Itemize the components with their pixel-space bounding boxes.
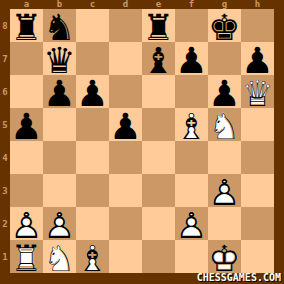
square-c4[interactable] <box>76 141 109 174</box>
square-d6[interactable] <box>109 75 142 108</box>
white-piece-fill: ♞ <box>43 240 76 273</box>
rank-label-7: 7 <box>0 42 10 75</box>
square-e8[interactable]: ♜ <box>142 9 175 42</box>
square-e2[interactable] <box>142 207 175 240</box>
black-pawn-d5[interactable]: ♟ <box>109 108 142 141</box>
square-d1[interactable] <box>109 240 142 273</box>
white-piece-outline: ♙ <box>208 174 241 207</box>
square-e1[interactable] <box>142 240 175 273</box>
white-piece-fill: ♟ <box>175 207 208 240</box>
white-piece-outline: ♔ <box>208 240 241 273</box>
black-knight-b8[interactable]: ♞ <box>43 9 76 42</box>
white-piece-fill: ♟ <box>10 207 43 240</box>
white-king-g1[interactable]: ♚♔ <box>208 240 241 273</box>
file-label-b: b <box>43 0 76 9</box>
black-pawn-b6[interactable]: ♟ <box>43 75 76 108</box>
white-piece-fill: ♚ <box>208 240 241 273</box>
black-piece-glyph: ♝ <box>142 42 175 75</box>
square-a3[interactable] <box>10 174 43 207</box>
square-h8[interactable] <box>241 9 274 42</box>
square-f2[interactable]: ♟♙ <box>175 207 208 240</box>
square-g1[interactable]: ♚♔ <box>208 240 241 273</box>
square-h7[interactable]: ♟ <box>241 42 274 75</box>
square-e7[interactable]: ♝ <box>142 42 175 75</box>
site-watermark: CHESSGAMES.COM <box>197 273 281 283</box>
square-a6[interactable] <box>10 75 43 108</box>
white-pawn-f2[interactable]: ♟♙ <box>175 207 208 240</box>
file-label-h: h <box>241 0 274 9</box>
square-e3[interactable] <box>142 174 175 207</box>
square-a4[interactable] <box>10 141 43 174</box>
square-b3[interactable] <box>43 174 76 207</box>
square-b8[interactable]: ♞ <box>43 9 76 42</box>
square-c6[interactable]: ♟ <box>76 75 109 108</box>
black-piece-glyph: ♟ <box>175 42 208 75</box>
rank-label-8: 8 <box>0 9 10 42</box>
square-d5[interactable]: ♟ <box>109 108 142 141</box>
square-e5[interactable] <box>142 108 175 141</box>
black-piece-glyph: ♟ <box>208 75 241 108</box>
white-queen-h6[interactable]: ♛♕ <box>241 75 274 108</box>
square-g5[interactable]: ♞♘ <box>208 108 241 141</box>
black-pawn-g6[interactable]: ♟ <box>208 75 241 108</box>
square-f5[interactable]: ♝♗ <box>175 108 208 141</box>
square-c3[interactable] <box>76 174 109 207</box>
square-g7[interactable] <box>208 42 241 75</box>
white-pawn-g3[interactable]: ♟♙ <box>208 174 241 207</box>
square-e4[interactable] <box>142 141 175 174</box>
white-piece-fill: ♞ <box>208 108 241 141</box>
square-h1[interactable] <box>241 240 274 273</box>
rank-label-1: 1 <box>0 240 10 273</box>
square-f3[interactable] <box>175 174 208 207</box>
square-d7[interactable] <box>109 42 142 75</box>
square-c7[interactable] <box>76 42 109 75</box>
black-king-g8[interactable]: ♚ <box>208 9 241 42</box>
square-a1[interactable]: ♜♖ <box>10 240 43 273</box>
black-piece-glyph: ♛ <box>43 42 76 75</box>
square-d3[interactable] <box>109 174 142 207</box>
square-g4[interactable] <box>208 141 241 174</box>
square-d8[interactable] <box>109 9 142 42</box>
file-label-e: e <box>142 0 175 9</box>
black-pawn-a5[interactable]: ♟ <box>10 108 43 141</box>
black-piece-glyph: ♟ <box>241 42 274 75</box>
square-c1[interactable]: ♝♗ <box>76 240 109 273</box>
white-piece-outline: ♙ <box>43 207 76 240</box>
square-a7[interactable] <box>10 42 43 75</box>
black-queen-b7[interactable]: ♛ <box>43 42 76 75</box>
chess-diagram: abcdefgh 87654321 ♜♞♜♚♛♝♟♟♟♟♟♛♕♟♟♝♗♞♘♟♙♟… <box>0 0 284 284</box>
square-g8[interactable]: ♚ <box>208 9 241 42</box>
square-f4[interactable] <box>175 141 208 174</box>
square-b7[interactable]: ♛ <box>43 42 76 75</box>
black-piece-glyph: ♟ <box>76 75 109 108</box>
square-a8[interactable]: ♜ <box>10 9 43 42</box>
black-pawn-c6[interactable]: ♟ <box>76 75 109 108</box>
chess-board[interactable]: ♜♞♜♚♛♝♟♟♟♟♟♛♕♟♟♝♗♞♘♟♙♟♙♟♙♟♙♜♖♞♘♝♗♚♔ <box>10 9 274 273</box>
square-c2[interactable] <box>76 207 109 240</box>
file-label-c: c <box>76 0 109 9</box>
square-f8[interactable] <box>175 9 208 42</box>
white-knight-g5[interactable]: ♞♘ <box>208 108 241 141</box>
white-rook-a1[interactable]: ♜♖ <box>10 240 43 273</box>
black-piece-glyph: ♟ <box>43 75 76 108</box>
file-labels: abcdefgh <box>10 0 274 9</box>
white-piece-outline: ♗ <box>76 240 109 273</box>
white-piece-fill: ♝ <box>76 240 109 273</box>
square-f1[interactable] <box>175 240 208 273</box>
white-piece-fill: ♜ <box>10 240 43 273</box>
white-piece-outline: ♙ <box>10 207 43 240</box>
square-b5[interactable] <box>43 108 76 141</box>
rank-labels: 87654321 <box>0 9 10 273</box>
square-h6[interactable]: ♛♕ <box>241 75 274 108</box>
white-bishop-c1[interactable]: ♝♗ <box>76 240 109 273</box>
rank-label-4: 4 <box>0 141 10 174</box>
file-label-g: g <box>208 0 241 9</box>
square-b1[interactable]: ♞♘ <box>43 240 76 273</box>
square-b6[interactable]: ♟ <box>43 75 76 108</box>
rank-label-6: 6 <box>0 75 10 108</box>
black-rook-e8[interactable]: ♜ <box>142 9 175 42</box>
square-h3[interactable] <box>241 174 274 207</box>
black-piece-glyph: ♟ <box>10 108 43 141</box>
square-h4[interactable] <box>241 141 274 174</box>
white-bishop-f5[interactable]: ♝♗ <box>175 108 208 141</box>
square-a5[interactable]: ♟ <box>10 108 43 141</box>
black-piece-glyph: ♚ <box>208 9 241 42</box>
square-c5[interactable] <box>76 108 109 141</box>
rank-label-2: 2 <box>0 207 10 240</box>
black-pawn-f7[interactable]: ♟ <box>175 42 208 75</box>
white-knight-b1[interactable]: ♞♘ <box>43 240 76 273</box>
square-g3[interactable]: ♟♙ <box>208 174 241 207</box>
square-d2[interactable] <box>109 207 142 240</box>
black-piece-glyph: ♟ <box>109 108 142 141</box>
square-e6[interactable] <box>142 75 175 108</box>
square-c8[interactable] <box>76 9 109 42</box>
white-piece-fill: ♛ <box>241 75 274 108</box>
black-rook-a8[interactable]: ♜ <box>10 9 43 42</box>
square-f7[interactable]: ♟ <box>175 42 208 75</box>
white-pawn-a2[interactable]: ♟♙ <box>10 207 43 240</box>
white-piece-outline: ♘ <box>208 108 241 141</box>
square-d4[interactable] <box>109 141 142 174</box>
black-piece-glyph: ♞ <box>43 9 76 42</box>
black-piece-glyph: ♜ <box>142 9 175 42</box>
file-label-d: d <box>109 0 142 9</box>
black-pawn-h7[interactable]: ♟ <box>241 42 274 75</box>
square-h5[interactable] <box>241 108 274 141</box>
black-piece-glyph: ♜ <box>10 9 43 42</box>
square-a2[interactable]: ♟♙ <box>10 207 43 240</box>
white-pawn-b2[interactable]: ♟♙ <box>43 207 76 240</box>
white-piece-outline: ♙ <box>175 207 208 240</box>
white-piece-fill: ♟ <box>208 174 241 207</box>
white-piece-fill: ♟ <box>43 207 76 240</box>
white-piece-outline: ♘ <box>43 240 76 273</box>
file-label-a: a <box>10 0 43 9</box>
square-g2[interactable] <box>208 207 241 240</box>
square-h2[interactable] <box>241 207 274 240</box>
square-f6[interactable] <box>175 75 208 108</box>
white-piece-outline: ♖ <box>10 240 43 273</box>
black-bishop-e7[interactable]: ♝ <box>142 42 175 75</box>
rank-label-3: 3 <box>0 174 10 207</box>
white-piece-outline: ♕ <box>241 75 274 108</box>
file-label-f: f <box>175 0 208 9</box>
square-b2[interactable]: ♟♙ <box>43 207 76 240</box>
rank-label-5: 5 <box>0 108 10 141</box>
white-piece-outline: ♗ <box>175 108 208 141</box>
square-g6[interactable]: ♟ <box>208 75 241 108</box>
square-b4[interactable] <box>43 141 76 174</box>
white-piece-fill: ♝ <box>175 108 208 141</box>
